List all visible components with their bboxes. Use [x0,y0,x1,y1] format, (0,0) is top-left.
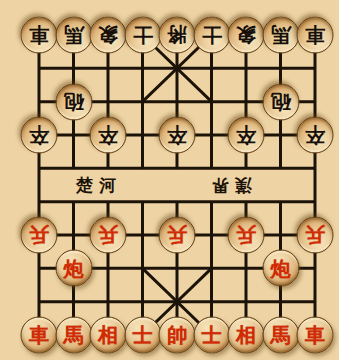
black-horse[interactable]: 馬 [55,17,92,54]
black-soldier[interactable]: 卒 [159,116,196,153]
black-cannon[interactable]: 砲 [55,83,92,120]
black-soldier[interactable]: 卒 [297,116,334,153]
red-soldier[interactable]: 兵 [90,216,127,253]
red-general[interactable]: 帥 [159,316,196,353]
board-grid [0,0,339,360]
black-advisor[interactable]: 士 [193,17,230,54]
red-soldier[interactable]: 兵 [228,216,265,253]
red-elephant[interactable]: 相 [228,316,265,353]
red-cannon[interactable]: 炮 [55,250,92,287]
black-chariot[interactable]: 車 [297,17,334,54]
red-advisor[interactable]: 士 [193,316,230,353]
black-soldier[interactable]: 卒 [21,116,58,153]
black-soldier[interactable]: 卒 [90,116,127,153]
black-cannon[interactable]: 砲 [262,83,299,120]
black-advisor[interactable]: 士 [124,17,161,54]
river-label-right: 漢界 [206,174,258,197]
red-elephant[interactable]: 相 [90,316,127,353]
red-soldier[interactable]: 兵 [297,216,334,253]
black-general[interactable]: 將 [159,17,196,54]
black-elephant[interactable]: 象 [228,17,265,54]
red-chariot[interactable]: 車 [297,316,334,353]
red-cannon[interactable]: 炮 [262,250,299,287]
red-soldier[interactable]: 兵 [159,216,196,253]
black-horse[interactable]: 馬 [262,17,299,54]
red-soldier[interactable]: 兵 [21,216,58,253]
red-horse[interactable]: 馬 [55,316,92,353]
red-advisor[interactable]: 士 [124,316,161,353]
river-label-left: 楚河 [70,174,122,197]
red-horse[interactable]: 馬 [262,316,299,353]
xiangqi-board: 楚河 漢界 車馬象士將士象馬車砲砲卒卒卒卒卒兵兵兵兵兵炮炮車馬相士帥士相馬車 [0,0,339,360]
red-chariot[interactable]: 車 [21,316,58,353]
black-elephant[interactable]: 象 [90,17,127,54]
black-chariot[interactable]: 車 [21,17,58,54]
black-soldier[interactable]: 卒 [228,116,265,153]
